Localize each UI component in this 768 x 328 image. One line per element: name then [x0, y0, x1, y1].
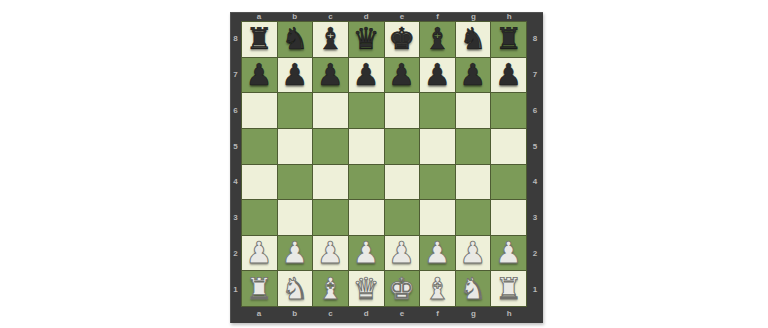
- square-g5[interactable]: [456, 129, 491, 164]
- piece-black-knight[interactable]: ♞: [281, 24, 308, 54]
- square-b6[interactable]: [278, 93, 313, 128]
- square-e4[interactable]: [385, 165, 420, 200]
- square-a8[interactable]: ♜: [242, 22, 277, 57]
- rank-label-5: 5: [527, 128, 543, 164]
- piece-white-pawn[interactable]: ♟: [495, 238, 522, 268]
- square-b8[interactable]: ♞: [278, 22, 313, 57]
- piece-black-pawn[interactable]: ♟: [388, 60, 415, 90]
- square-g7[interactable]: ♟: [456, 58, 491, 93]
- file-label-g: g: [456, 12, 492, 21]
- rank-label-8: 8: [230, 21, 241, 57]
- square-c6[interactable]: [313, 93, 348, 128]
- square-h8[interactable]: ♜: [491, 22, 526, 57]
- rank-label-1: 1: [527, 271, 543, 307]
- piece-white-pawn[interactable]: ♟: [281, 238, 308, 268]
- file-label-h: h: [491, 307, 527, 320]
- square-c4[interactable]: [313, 165, 348, 200]
- rank-label-8: 8: [527, 21, 543, 57]
- piece-black-king[interactable]: ♚: [388, 24, 415, 54]
- square-f2[interactable]: ♟: [420, 236, 455, 271]
- board-squares: ♜♞♝♛♚♝♞♜♟♟♟♟♟♟♟♟♟♟♟♟♟♟♟♟♜♞♝♛♚♝♞♜: [241, 21, 527, 307]
- page: abcdefgh 87654321 ♜♞♝♛♚♝♞♜♟♟♟♟♟♟♟♟♟♟♟♟♟♟…: [0, 0, 768, 328]
- file-label-c: c: [313, 307, 349, 320]
- rank-labels-right: 87654321: [527, 21, 543, 307]
- rank-label-7: 7: [230, 57, 241, 93]
- rank-label-3: 3: [230, 200, 241, 236]
- piece-white-knight[interactable]: ♞: [460, 274, 487, 304]
- rank-label-4: 4: [527, 164, 543, 200]
- square-h6[interactable]: [491, 93, 526, 128]
- square-e3[interactable]: [385, 200, 420, 235]
- square-a3[interactable]: [242, 200, 277, 235]
- piece-white-pawn[interactable]: ♟: [353, 238, 380, 268]
- square-a2[interactable]: ♟: [242, 236, 277, 271]
- square-d3[interactable]: [349, 200, 384, 235]
- square-a1[interactable]: ♜: [242, 271, 277, 306]
- square-d7[interactable]: ♟: [349, 58, 384, 93]
- rank-labels-left: 87654321: [230, 21, 241, 307]
- square-f4[interactable]: [420, 165, 455, 200]
- square-a5[interactable]: [242, 129, 277, 164]
- piece-black-rook[interactable]: ♜: [246, 24, 273, 54]
- file-label-h: h: [491, 12, 527, 21]
- square-e2[interactable]: ♟: [385, 236, 420, 271]
- rank-label-3: 3: [527, 200, 543, 236]
- piece-white-pawn[interactable]: ♟: [460, 238, 487, 268]
- square-h7[interactable]: ♟: [491, 58, 526, 93]
- square-h5[interactable]: [491, 129, 526, 164]
- square-e5[interactable]: [385, 129, 420, 164]
- square-c2[interactable]: ♟: [313, 236, 348, 271]
- piece-white-pawn[interactable]: ♟: [388, 238, 415, 268]
- square-e8[interactable]: ♚: [385, 22, 420, 57]
- square-a7[interactable]: ♟: [242, 58, 277, 93]
- square-f5[interactable]: [420, 129, 455, 164]
- file-labels-bottom: abcdefgh: [241, 307, 527, 321]
- rank-label-6: 6: [527, 93, 543, 129]
- piece-white-pawn[interactable]: ♟: [246, 238, 273, 268]
- piece-white-queen[interactable]: ♛: [353, 274, 380, 304]
- square-b2[interactable]: ♟: [278, 236, 313, 271]
- square-d1[interactable]: ♛: [349, 271, 384, 306]
- file-label-f: f: [420, 12, 456, 21]
- rank-label-1: 1: [230, 271, 241, 307]
- square-h1[interactable]: ♜: [491, 271, 526, 306]
- piece-black-pawn[interactable]: ♟: [495, 60, 522, 90]
- square-f6[interactable]: [420, 93, 455, 128]
- square-g3[interactable]: [456, 200, 491, 235]
- piece-black-pawn[interactable]: ♟: [353, 60, 380, 90]
- square-c1[interactable]: ♝: [313, 271, 348, 306]
- square-b3[interactable]: [278, 200, 313, 235]
- square-f1[interactable]: ♝: [420, 271, 455, 306]
- square-g6[interactable]: [456, 93, 491, 128]
- square-g4[interactable]: [456, 165, 491, 200]
- piece-white-rook[interactable]: ♜: [495, 274, 522, 304]
- piece-white-knight[interactable]: ♞: [281, 274, 308, 304]
- file-label-d: d: [348, 12, 384, 21]
- file-label-e: e: [384, 307, 420, 320]
- piece-black-pawn[interactable]: ♟: [317, 60, 344, 90]
- rank-label-5: 5: [230, 128, 241, 164]
- piece-black-pawn[interactable]: ♟: [460, 60, 487, 90]
- square-b7[interactable]: ♟: [278, 58, 313, 93]
- square-b5[interactable]: [278, 129, 313, 164]
- square-b4[interactable]: [278, 165, 313, 200]
- square-b1[interactable]: ♞: [278, 271, 313, 306]
- piece-white-bishop[interactable]: ♝: [424, 274, 451, 304]
- square-c3[interactable]: [313, 200, 348, 235]
- square-c8[interactable]: ♝: [313, 22, 348, 57]
- file-label-f: f: [420, 307, 456, 320]
- rank-label-6: 6: [230, 93, 241, 129]
- square-e7[interactable]: ♟: [385, 58, 420, 93]
- square-f7[interactable]: ♟: [420, 58, 455, 93]
- rank-label-7: 7: [527, 57, 543, 93]
- file-label-b: b: [277, 307, 313, 320]
- square-g2[interactable]: ♟: [456, 236, 491, 271]
- rank-label-2: 2: [527, 236, 543, 272]
- piece-white-bishop[interactable]: ♝: [317, 274, 344, 304]
- piece-white-pawn[interactable]: ♟: [424, 238, 451, 268]
- square-h2[interactable]: ♟: [491, 236, 526, 271]
- chess-board: abcdefgh 87654321 ♜♞♝♛♚♝♞♜♟♟♟♟♟♟♟♟♟♟♟♟♟♟…: [230, 12, 543, 323]
- square-h3[interactable]: [491, 200, 526, 235]
- piece-white-pawn[interactable]: ♟: [317, 238, 344, 268]
- square-d4[interactable]: [349, 165, 384, 200]
- square-d5[interactable]: [349, 129, 384, 164]
- square-g1[interactable]: ♞: [456, 271, 491, 306]
- piece-white-rook[interactable]: ♜: [246, 274, 273, 304]
- square-c5[interactable]: [313, 129, 348, 164]
- piece-black-queen[interactable]: ♛: [353, 24, 380, 54]
- piece-white-king[interactable]: ♚: [388, 274, 415, 304]
- file-labels-top: abcdefgh: [241, 12, 527, 21]
- square-h4[interactable]: [491, 165, 526, 200]
- piece-black-bishop[interactable]: ♝: [424, 24, 451, 54]
- square-e1[interactable]: ♚: [385, 271, 420, 306]
- square-d6[interactable]: [349, 93, 384, 128]
- square-a4[interactable]: [242, 165, 277, 200]
- piece-black-pawn[interactable]: ♟: [246, 60, 273, 90]
- square-a6[interactable]: [242, 93, 277, 128]
- square-d2[interactable]: ♟: [349, 236, 384, 271]
- piece-black-bishop[interactable]: ♝: [317, 24, 344, 54]
- square-d8[interactable]: ♛: [349, 22, 384, 57]
- square-f3[interactable]: [420, 200, 455, 235]
- file-label-d: d: [348, 307, 384, 320]
- piece-black-knight[interactable]: ♞: [460, 24, 487, 54]
- piece-black-rook[interactable]: ♜: [495, 24, 522, 54]
- rank-label-4: 4: [230, 164, 241, 200]
- square-g8[interactable]: ♞: [456, 22, 491, 57]
- square-f8[interactable]: ♝: [420, 22, 455, 57]
- square-c7[interactable]: ♟: [313, 58, 348, 93]
- file-label-e: e: [384, 12, 420, 21]
- piece-black-pawn[interactable]: ♟: [281, 60, 308, 90]
- file-label-a: a: [241, 307, 277, 320]
- square-e6[interactable]: [385, 93, 420, 128]
- file-label-c: c: [313, 12, 349, 21]
- piece-black-pawn[interactable]: ♟: [424, 60, 451, 90]
- file-label-g: g: [456, 307, 492, 320]
- file-label-a: a: [241, 12, 277, 21]
- file-label-b: b: [277, 12, 313, 21]
- rank-label-2: 2: [230, 236, 241, 272]
